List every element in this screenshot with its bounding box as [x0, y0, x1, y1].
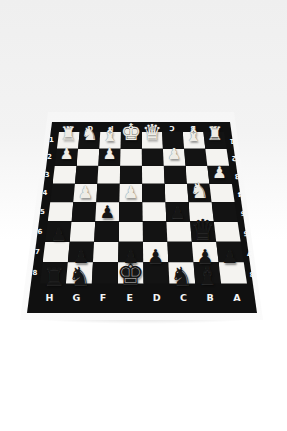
square-d3[interactable] [142, 166, 165, 184]
rank-label-left-2: 2 [47, 154, 52, 161]
rank-label-left-1: 1 [49, 137, 54, 144]
file-label-bottom-b: B [207, 293, 215, 303]
square-h7[interactable] [43, 242, 70, 263]
square-e2[interactable] [120, 149, 142, 166]
square-c4[interactable] [165, 184, 189, 203]
square-h3[interactable] [53, 166, 77, 184]
square-c7[interactable] [167, 242, 193, 263]
file-label-bottom-h: H [46, 293, 54, 303]
rank-label-left-6: 6 [38, 228, 43, 235]
file-label-bottom-d: D [153, 293, 161, 303]
rank-label-left-5: 5 [40, 208, 45, 215]
square-d2[interactable] [142, 149, 164, 166]
piece-wR-h1[interactable]: ♜ [60, 125, 77, 144]
piece-wP-c2[interactable]: ♟ [167, 147, 181, 162]
square-h4[interactable] [50, 184, 75, 203]
square-e5[interactable] [119, 202, 143, 221]
square-a6[interactable] [214, 222, 241, 242]
piece-wP-f2[interactable]: ♟ [103, 147, 117, 162]
piece-wB-f1[interactable]: ♝ [102, 125, 119, 144]
rank-label-right-8: 8 [249, 269, 254, 276]
piece-bP-g7[interactable]: ♟ [73, 247, 90, 266]
square-c3[interactable] [164, 166, 187, 184]
rank-label-left-7: 7 [35, 248, 40, 255]
piece-bN-g8[interactable]: ♞ [68, 264, 91, 289]
piece-wQ-d1[interactable]: ♛ [142, 122, 162, 144]
piece-wP-e4[interactable]: ♟ [123, 184, 138, 201]
piece-bP-c5[interactable]: ♟ [170, 204, 186, 222]
square-g6[interactable] [70, 222, 96, 242]
square-b2[interactable] [184, 149, 207, 166]
square-d4[interactable] [142, 184, 165, 203]
file-label-bottom-g: G [72, 293, 80, 303]
square-h5[interactable] [48, 202, 73, 221]
piece-bP-d7[interactable]: ♟ [147, 247, 164, 266]
rank-label-left-8: 8 [32, 269, 37, 276]
rank-label-right-1: 1 [229, 137, 234, 144]
file-label-bottom-f: F [100, 293, 107, 303]
square-d5[interactable] [142, 202, 166, 221]
square-a4[interactable] [209, 184, 234, 203]
square-f4[interactable] [96, 184, 119, 203]
rank-label-left-4: 4 [42, 189, 47, 196]
piece-wN-b4[interactable]: ♞ [190, 180, 209, 201]
piece-bP-a7[interactable]: ♟ [221, 247, 238, 266]
piece-wP-h2[interactable]: ♟ [60, 147, 74, 162]
square-f7[interactable] [93, 242, 119, 263]
square-d6[interactable] [143, 222, 168, 242]
rank-label-right-6: 6 [243, 228, 248, 235]
square-f6[interactable] [94, 222, 119, 242]
rank-label-right-4: 4 [237, 189, 242, 196]
square-g5[interactable] [72, 202, 97, 221]
rank-label-right-5: 5 [240, 208, 245, 215]
rank-label-right-3: 3 [235, 171, 240, 178]
file-label-bottom-c: C [180, 293, 187, 303]
square-g2[interactable] [77, 149, 100, 166]
rank-label-right-7: 7 [246, 248, 251, 255]
piece-bP-h6[interactable]: ♟ [50, 225, 66, 243]
square-c6[interactable] [166, 222, 191, 242]
piece-wN-g1[interactable]: ♞ [81, 125, 98, 144]
square-e3[interactable] [120, 166, 142, 184]
piece-wB-b1[interactable]: ♝ [185, 125, 202, 144]
rank-label-right-2: 2 [232, 154, 237, 161]
square-g3[interactable] [75, 166, 98, 184]
piece-bQ-b6[interactable]: ♛ [191, 216, 216, 244]
square-f3[interactable] [97, 166, 120, 184]
file-label-bottom-e: E [127, 293, 134, 303]
piece-bP-e7[interactable]: ♟ [122, 247, 139, 266]
piece-wP-g4[interactable]: ♟ [78, 184, 93, 201]
piece-wR-a1[interactable]: ♜ [206, 125, 223, 144]
piece-wK-e1[interactable]: ♚ [121, 121, 142, 144]
piece-bB-b8[interactable]: ♝ [195, 263, 218, 289]
piece-bN-c8[interactable]: ♞ [170, 264, 193, 289]
square-e6[interactable] [119, 222, 143, 242]
square-f8[interactable] [92, 262, 118, 283]
piece-bP-f5[interactable]: ♟ [100, 204, 116, 222]
file-label-top-c: C [170, 123, 175, 130]
rank-label-left-3: 3 [45, 171, 50, 178]
file-label-bottom-a: A [233, 293, 241, 303]
piece-wP-a3[interactable]: ♟ [212, 165, 226, 181]
piece-bR-h8[interactable]: ♜ [43, 264, 66, 289]
piece-bP-b7[interactable]: ♟ [196, 247, 213, 266]
